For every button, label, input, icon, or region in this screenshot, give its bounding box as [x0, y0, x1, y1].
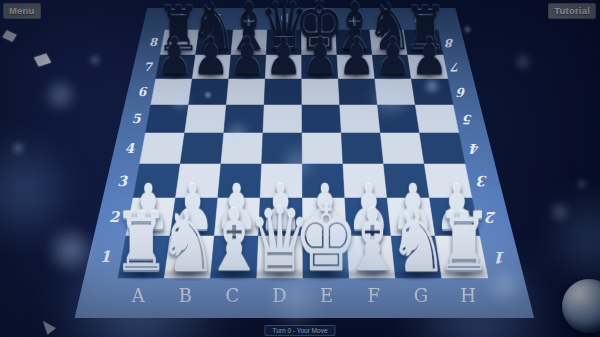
piece-black-pawn[interactable]: ♟	[156, 41, 193, 82]
tutorial-button[interactable]: Tutorial	[548, 3, 596, 19]
piece-black-pawn[interactable]: ♟	[302, 41, 339, 82]
piece-black-pawn[interactable]: ♟	[375, 41, 412, 82]
turn-status-bar: Turn 0 - Your Move	[264, 325, 335, 336]
menu-button[interactable]: Menu	[3, 3, 41, 19]
piece-black-pawn[interactable]: ♟	[192, 41, 229, 82]
piece-black-pawn[interactable]: ♟	[411, 41, 448, 82]
piece-black-pawn[interactable]: ♟	[265, 41, 302, 82]
piece-white-rook[interactable]: ♜	[436, 218, 493, 282]
game-scene: ABCDEFGHABCDEFGH8877665544332211 ♜♞♝♛♚♝♞…	[0, 0, 600, 337]
pieces-layer: ♜♞♝♛♚♝♞♜♟♟♟♟♟♟♟♟♟♟♟♟♟♟♟♟♜♞♝♛♚♝♞♜	[0, 0, 600, 337]
piece-black-pawn[interactable]: ♟	[338, 41, 375, 82]
piece-black-pawn[interactable]: ♟	[229, 41, 266, 82]
